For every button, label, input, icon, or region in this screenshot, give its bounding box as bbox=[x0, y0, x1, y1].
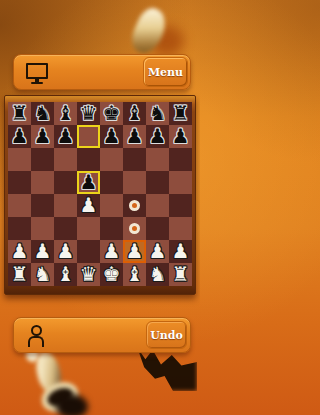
bottom-bar: Undo bbox=[13, 317, 191, 353]
undo-button[interactable]: Undo bbox=[146, 321, 187, 349]
square-d7[interactable] bbox=[77, 125, 100, 148]
square-a8[interactable]: ♜ bbox=[8, 102, 31, 125]
square-b7[interactable]: ♟ bbox=[31, 125, 54, 148]
square-h3[interactable] bbox=[169, 217, 192, 240]
monitor-icon[interactable] bbox=[26, 63, 48, 83]
square-e1[interactable]: ♚ bbox=[100, 263, 123, 286]
square-e5[interactable] bbox=[100, 171, 123, 194]
piece-white-pawn: ♟ bbox=[57, 240, 75, 263]
chess-board: ♜♞♝♛♚♝♞♜♟♟♟♟♟♟♟♟♟♟♟♟♟♟♟♟♜♞♝♛♚♝♞♜ bbox=[8, 102, 192, 286]
background-piece-silhouette bbox=[137, 347, 197, 391]
player-icon bbox=[28, 325, 44, 347]
square-e4[interactable] bbox=[100, 194, 123, 217]
square-a5[interactable] bbox=[8, 171, 31, 194]
piece-black-pawn: ♟ bbox=[149, 125, 167, 148]
piece-white-bishop: ♝ bbox=[57, 263, 75, 286]
square-g8[interactable]: ♞ bbox=[146, 102, 169, 125]
piece-white-pawn: ♟ bbox=[80, 194, 98, 217]
legal-move-dot-f4[interactable] bbox=[129, 200, 140, 211]
square-e7[interactable]: ♟ bbox=[100, 125, 123, 148]
piece-white-pawn: ♟ bbox=[126, 240, 144, 263]
square-c6[interactable] bbox=[54, 148, 77, 171]
square-d2[interactable] bbox=[77, 240, 100, 263]
square-g3[interactable] bbox=[146, 217, 169, 240]
piece-black-king: ♚ bbox=[103, 102, 121, 125]
square-h6[interactable] bbox=[169, 148, 192, 171]
square-b3[interactable] bbox=[31, 217, 54, 240]
piece-black-pawn: ♟ bbox=[11, 125, 29, 148]
square-f7[interactable]: ♟ bbox=[123, 125, 146, 148]
square-a4[interactable] bbox=[8, 194, 31, 217]
square-e6[interactable] bbox=[100, 148, 123, 171]
square-c4[interactable] bbox=[54, 194, 77, 217]
square-f5[interactable] bbox=[123, 171, 146, 194]
piece-black-pawn: ♟ bbox=[80, 171, 98, 194]
square-b2[interactable]: ♟ bbox=[31, 240, 54, 263]
square-g7[interactable]: ♟ bbox=[146, 125, 169, 148]
square-c8[interactable]: ♝ bbox=[54, 102, 77, 125]
piece-white-king: ♚ bbox=[103, 263, 121, 286]
piece-black-knight: ♞ bbox=[34, 102, 52, 125]
piece-white-bishop: ♝ bbox=[126, 263, 144, 286]
square-g4[interactable] bbox=[146, 194, 169, 217]
piece-white-pawn: ♟ bbox=[11, 240, 29, 263]
square-b5[interactable] bbox=[31, 171, 54, 194]
piece-black-queen: ♛ bbox=[80, 102, 98, 125]
square-d8[interactable]: ♛ bbox=[77, 102, 100, 125]
square-a3[interactable] bbox=[8, 217, 31, 240]
square-g6[interactable] bbox=[146, 148, 169, 171]
square-f1[interactable]: ♝ bbox=[123, 263, 146, 286]
top-bar: Menu bbox=[13, 54, 191, 90]
square-g1[interactable]: ♞ bbox=[146, 263, 169, 286]
square-g2[interactable]: ♟ bbox=[146, 240, 169, 263]
piece-black-pawn: ♟ bbox=[126, 125, 144, 148]
square-e2[interactable]: ♟ bbox=[100, 240, 123, 263]
piece-black-pawn: ♟ bbox=[57, 125, 75, 148]
square-a2[interactable]: ♟ bbox=[8, 240, 31, 263]
square-h4[interactable] bbox=[169, 194, 192, 217]
square-b6[interactable] bbox=[31, 148, 54, 171]
piece-white-pawn: ♟ bbox=[149, 240, 167, 263]
piece-black-knight: ♞ bbox=[149, 102, 167, 125]
piece-white-rook: ♜ bbox=[172, 263, 190, 286]
square-a1[interactable]: ♜ bbox=[8, 263, 31, 286]
piece-white-pawn: ♟ bbox=[103, 240, 121, 263]
piece-white-pawn: ♟ bbox=[34, 240, 52, 263]
square-d1[interactable]: ♛ bbox=[77, 263, 100, 286]
square-f4[interactable] bbox=[123, 194, 146, 217]
square-f3[interactable] bbox=[123, 217, 146, 240]
square-c3[interactable] bbox=[54, 217, 77, 240]
piece-white-queen: ♛ bbox=[80, 263, 98, 286]
piece-white-rook: ♜ bbox=[11, 263, 29, 286]
piece-white-pawn: ♟ bbox=[172, 240, 190, 263]
square-b4[interactable] bbox=[31, 194, 54, 217]
square-b8[interactable]: ♞ bbox=[31, 102, 54, 125]
square-a7[interactable]: ♟ bbox=[8, 125, 31, 148]
piece-black-bishop: ♝ bbox=[126, 102, 144, 125]
square-h7[interactable]: ♟ bbox=[169, 125, 192, 148]
piece-white-knight: ♞ bbox=[149, 263, 167, 286]
piece-white-knight: ♞ bbox=[34, 263, 52, 286]
piece-black-pawn: ♟ bbox=[172, 125, 190, 148]
piece-black-pawn: ♟ bbox=[34, 125, 52, 148]
square-c1[interactable]: ♝ bbox=[54, 263, 77, 286]
square-f8[interactable]: ♝ bbox=[123, 102, 146, 125]
board-frame: ♜♞♝♛♚♝♞♜♟♟♟♟♟♟♟♟♟♟♟♟♟♟♟♟♜♞♝♛♚♝♞♜ bbox=[4, 95, 196, 295]
menu-button[interactable]: Menu bbox=[143, 57, 188, 87]
square-g5[interactable] bbox=[146, 171, 169, 194]
square-d4[interactable]: ♟ bbox=[77, 194, 100, 217]
square-d5[interactable]: ♟ bbox=[77, 171, 100, 194]
square-f6[interactable] bbox=[123, 148, 146, 171]
square-h8[interactable]: ♜ bbox=[169, 102, 192, 125]
square-c5[interactable] bbox=[54, 171, 77, 194]
square-b1[interactable]: ♞ bbox=[31, 263, 54, 286]
square-a6[interactable] bbox=[8, 148, 31, 171]
legal-move-dot-f3[interactable] bbox=[129, 223, 140, 234]
square-f2[interactable]: ♟ bbox=[123, 240, 146, 263]
square-e3[interactable] bbox=[100, 217, 123, 240]
piece-black-pawn: ♟ bbox=[103, 125, 121, 148]
piece-black-rook: ♜ bbox=[172, 102, 190, 125]
square-d6[interactable] bbox=[77, 148, 100, 171]
square-c2[interactable]: ♟ bbox=[54, 240, 77, 263]
square-h5[interactable] bbox=[169, 171, 192, 194]
piece-black-bishop: ♝ bbox=[57, 102, 75, 125]
square-h2[interactable]: ♟ bbox=[169, 240, 192, 263]
piece-black-rook: ♜ bbox=[11, 102, 29, 125]
square-c7[interactable]: ♟ bbox=[54, 125, 77, 148]
square-d3[interactable] bbox=[77, 217, 100, 240]
square-e8[interactable]: ♚ bbox=[100, 102, 123, 125]
square-h1[interactable]: ♜ bbox=[169, 263, 192, 286]
background-knight-shadow bbox=[56, 394, 88, 415]
